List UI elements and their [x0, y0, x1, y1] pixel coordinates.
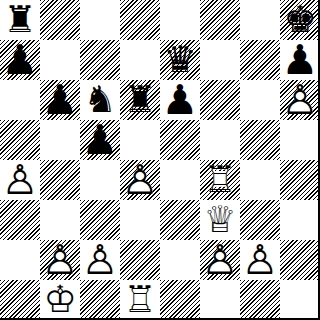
square-g8[interactable] [240, 0, 280, 40]
square-b1[interactable]: ♚♔ [40, 280, 80, 320]
square-g7[interactable] [240, 40, 280, 80]
square-e5[interactable] [160, 120, 200, 160]
chess-board: ♜♚♟♛♟♟♞♜♟♟♙♟♟♙♟♙♜♖♛♕♟♙♟♙♟♙♟♙♚♔♜♖ [0, 0, 320, 320]
square-e7[interactable]: ♛ [160, 40, 200, 80]
square-g4[interactable] [240, 160, 280, 200]
black-pawn[interactable]: ♟ [0, 40, 40, 80]
square-a5[interactable] [0, 120, 40, 160]
square-b8[interactable] [40, 0, 80, 40]
piece-outline-glyph: ♙ [200, 240, 240, 280]
piece-glyph: ♟ [280, 40, 320, 80]
black-pawn[interactable]: ♟ [280, 40, 320, 80]
piece-outline-glyph: ♖ [200, 160, 240, 200]
square-e1[interactable] [160, 280, 200, 320]
black-rook[interactable]: ♜ [0, 0, 40, 40]
white-pawn[interactable]: ♟♙ [120, 160, 160, 200]
white-queen[interactable]: ♛♕ [200, 200, 240, 240]
black-pawn[interactable]: ♟ [40, 80, 80, 120]
square-e3[interactable] [160, 200, 200, 240]
piece-outline-glyph: ♙ [120, 160, 160, 200]
square-e8[interactable] [160, 0, 200, 40]
square-c8[interactable] [80, 0, 120, 40]
piece-glyph: ♟ [80, 120, 120, 160]
square-c2[interactable]: ♟♙ [80, 240, 120, 280]
piece-glyph: ♟ [0, 40, 40, 80]
piece-outline-glyph: ♙ [240, 240, 280, 280]
square-a6[interactable] [0, 80, 40, 120]
square-a7[interactable]: ♟ [0, 40, 40, 80]
square-c3[interactable] [80, 200, 120, 240]
square-d5[interactable] [120, 120, 160, 160]
square-h3[interactable] [280, 200, 320, 240]
square-h8[interactable]: ♚ [280, 0, 320, 40]
square-g5[interactable] [240, 120, 280, 160]
square-b3[interactable] [40, 200, 80, 240]
square-e6[interactable]: ♟ [160, 80, 200, 120]
piece-outline-glyph: ♔ [40, 280, 80, 320]
black-pawn[interactable]: ♟ [80, 120, 120, 160]
piece-outline-glyph: ♕ [200, 200, 240, 240]
square-a3[interactable] [0, 200, 40, 240]
black-king[interactable]: ♚ [280, 0, 320, 40]
piece-outline-glyph: ♙ [280, 80, 320, 120]
square-g2[interactable]: ♟♙ [240, 240, 280, 280]
square-e4[interactable] [160, 160, 200, 200]
square-h2[interactable] [280, 240, 320, 280]
square-c6[interactable]: ♞ [80, 80, 120, 120]
square-d1[interactable]: ♜♖ [120, 280, 160, 320]
square-d4[interactable]: ♟♙ [120, 160, 160, 200]
white-pawn[interactable]: ♟♙ [80, 240, 120, 280]
square-f4[interactable]: ♜♖ [200, 160, 240, 200]
square-b4[interactable] [40, 160, 80, 200]
white-pawn[interactable]: ♟♙ [0, 160, 40, 200]
square-a4[interactable]: ♟♙ [0, 160, 40, 200]
square-f2[interactable]: ♟♙ [200, 240, 240, 280]
square-h6[interactable]: ♟♙ [280, 80, 320, 120]
square-d7[interactable] [120, 40, 160, 80]
piece-glyph: ♛ [160, 40, 200, 80]
square-b7[interactable] [40, 40, 80, 80]
square-g1[interactable] [240, 280, 280, 320]
black-rook[interactable]: ♜ [120, 80, 160, 120]
square-b6[interactable]: ♟ [40, 80, 80, 120]
square-c1[interactable] [80, 280, 120, 320]
square-c4[interactable] [80, 160, 120, 200]
square-d8[interactable] [120, 0, 160, 40]
square-d3[interactable] [120, 200, 160, 240]
white-rook[interactable]: ♜♖ [200, 160, 240, 200]
square-d2[interactable] [120, 240, 160, 280]
square-c5[interactable]: ♟ [80, 120, 120, 160]
square-f8[interactable] [200, 0, 240, 40]
black-pawn[interactable]: ♟ [160, 80, 200, 120]
piece-glyph: ♜ [120, 80, 160, 120]
square-f3[interactable]: ♛♕ [200, 200, 240, 240]
piece-outline-glyph: ♙ [0, 160, 40, 200]
square-b5[interactable] [40, 120, 80, 160]
piece-glyph: ♜ [0, 0, 40, 40]
square-a1[interactable] [0, 280, 40, 320]
square-c7[interactable] [80, 40, 120, 80]
square-e2[interactable] [160, 240, 200, 280]
square-h5[interactable] [280, 120, 320, 160]
square-g6[interactable] [240, 80, 280, 120]
square-a2[interactable] [0, 240, 40, 280]
white-pawn[interactable]: ♟♙ [200, 240, 240, 280]
piece-glyph: ♟ [40, 80, 80, 120]
square-f1[interactable] [200, 280, 240, 320]
black-knight[interactable]: ♞ [80, 80, 120, 120]
square-f5[interactable] [200, 120, 240, 160]
piece-outline-glyph: ♙ [40, 240, 80, 280]
square-d6[interactable]: ♜ [120, 80, 160, 120]
square-g3[interactable] [240, 200, 280, 240]
black-queen[interactable]: ♛ [160, 40, 200, 80]
white-pawn[interactable]: ♟♙ [240, 240, 280, 280]
square-h1[interactable] [280, 280, 320, 320]
white-rook[interactable]: ♜♖ [120, 280, 160, 320]
square-a8[interactable]: ♜ [0, 0, 40, 40]
piece-glyph: ♟ [160, 80, 200, 120]
piece-outline-glyph: ♙ [80, 240, 120, 280]
piece-glyph: ♚ [280, 0, 320, 40]
white-pawn[interactable]: ♟♙ [280, 80, 320, 120]
white-pawn[interactable]: ♟♙ [40, 240, 80, 280]
square-h7[interactable]: ♟ [280, 40, 320, 80]
square-f6[interactable] [200, 80, 240, 120]
white-king[interactable]: ♚♔ [40, 280, 80, 320]
piece-glyph: ♞ [80, 80, 120, 120]
piece-outline-glyph: ♖ [120, 280, 160, 320]
square-h4[interactable] [280, 160, 320, 200]
square-f7[interactable] [200, 40, 240, 80]
square-b2[interactable]: ♟♙ [40, 240, 80, 280]
